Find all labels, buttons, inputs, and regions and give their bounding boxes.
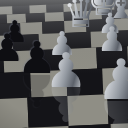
- square-c2[interactable]: [0, 98, 29, 128]
- scene: ♟♟♟♟♛♚♝♟♟♟♟♟♟♟: [0, 0, 128, 128]
- chess-piece-silver-pawn-g3[interactable]: ♟: [93, 52, 128, 108]
- square-f1[interactable]: [111, 122, 128, 128]
- square-d2[interactable]: [27, 96, 68, 128]
- chess-piece-silver-pawn-d4[interactable]: ♟: [42, 46, 90, 94]
- square-e1[interactable]: [69, 124, 112, 128]
- chessboard-photo: ♟♟♟♟♛♚♝♟♟♟♟♟♟♟: [0, 0, 128, 128]
